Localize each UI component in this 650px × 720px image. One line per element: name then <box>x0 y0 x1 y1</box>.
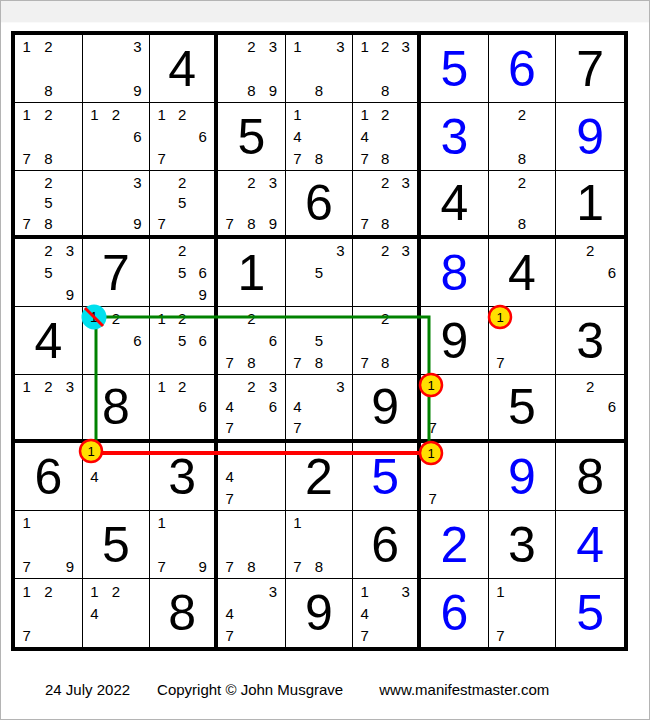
candidate-2: 2 <box>172 104 193 126</box>
candidate-3: 3 <box>262 376 284 397</box>
candidate-5: 5 <box>38 193 60 214</box>
cell-r5c4: 2678 <box>218 307 286 375</box>
cell-r4c6: 23 <box>353 239 421 307</box>
candidate-3: 3 <box>395 240 416 262</box>
candidate-8: 8 <box>308 555 330 577</box>
cell-r9c7: 6 <box>421 579 489 647</box>
solved-digit: 6 <box>489 35 556 102</box>
candidate-3: 3 <box>59 240 81 262</box>
solved-digit: 8 <box>421 239 488 306</box>
candidate-2: 2 <box>511 172 533 193</box>
footer-copyright: Copyright © John Musgrave <box>157 681 343 698</box>
candidate-1: 1 <box>354 36 375 58</box>
pencil-marks: 2389 <box>219 36 284 101</box>
cell-r6c7: 17 <box>421 375 489 443</box>
pencil-marks: 14 <box>84 444 149 509</box>
candidate-1: 1 <box>16 376 38 397</box>
candidate-4: 4 <box>287 397 309 418</box>
candidate-3: 3 <box>330 36 352 58</box>
cell-r7c7: 17 <box>421 443 489 511</box>
candidate-6: 6 <box>127 126 149 148</box>
candidate-7: 7 <box>287 417 309 438</box>
cell-r9c6: 1347 <box>353 579 421 647</box>
cell-r7c9: 8 <box>556 443 624 511</box>
candidate-2: 2 <box>172 240 193 262</box>
candidate-7: 7 <box>354 351 375 373</box>
pencil-marks: 17 <box>422 444 487 509</box>
cell-r3c1: 2578 <box>15 171 83 239</box>
pencil-marks: 347 <box>287 376 352 438</box>
given-digit: 1 <box>218 239 285 306</box>
pencil-marks: 1478 <box>287 104 352 169</box>
cell-r9c2: 124 <box>83 579 151 647</box>
candidate-1: 1 <box>287 36 309 58</box>
cell-r6c4: 23467 <box>218 375 286 443</box>
candidate-9: 9 <box>59 283 81 305</box>
cell-r8c4: 78 <box>218 511 286 579</box>
candidate-7: 7 <box>151 147 172 169</box>
cell-r1c3: 4 <box>150 35 218 103</box>
pencil-marks: 578 <box>287 308 352 373</box>
pencil-marks: 1278 <box>16 104 81 169</box>
candidate-3: 3 <box>330 376 352 397</box>
pencil-marks: 126 <box>84 104 149 169</box>
sudoku-board: 1283942389138123856712781261267514781247… <box>11 31 628 651</box>
candidate-4: 4 <box>219 602 241 624</box>
puzzle-page: 1283942389138123856712781261267514781247… <box>0 0 650 720</box>
cell-r8c1: 179 <box>15 511 83 579</box>
cell-r3c9: 1 <box>556 171 624 239</box>
pencil-marks: 28 <box>490 104 555 169</box>
cell-r6c8: 5 <box>489 375 557 443</box>
pencil-marks: 17 <box>490 308 555 373</box>
cell-r1c9: 7 <box>556 35 624 103</box>
cell-r3c2: 39 <box>83 171 151 239</box>
candidate-8: 8 <box>375 147 396 169</box>
candidate-6: 6 <box>127 330 149 352</box>
cell-r2c3: 1267 <box>150 103 218 171</box>
candidate-7: 7 <box>219 487 241 509</box>
candidate-7: 7 <box>354 147 375 169</box>
candidate-2: 2 <box>105 580 127 602</box>
pencil-marks: 257 <box>151 172 213 234</box>
footer: 24 July 2022Copyright © John Musgravewww… <box>45 681 549 698</box>
candidate-8: 8 <box>241 79 263 101</box>
candidate-1: 1 <box>16 36 38 58</box>
cell-r4c3: 2569 <box>150 239 218 307</box>
given-digit: 9 <box>421 307 488 374</box>
candidate-6: 6 <box>192 262 213 284</box>
pencil-marks: 178 <box>287 512 352 577</box>
candidate-8: 8 <box>38 213 60 234</box>
candidate-2: 2 <box>375 172 396 193</box>
given-digit: 4 <box>15 307 82 374</box>
pencil-marks: 179 <box>151 512 213 577</box>
cell-r3c5: 6 <box>286 171 354 239</box>
cell-r6c1: 123 <box>15 375 83 443</box>
candidate-1: 1 <box>354 580 375 602</box>
candidate-2: 2 <box>579 240 601 262</box>
given-digit: 4 <box>421 171 488 235</box>
candidate-6: 6 <box>262 330 284 352</box>
cell-r9c1: 127 <box>15 579 83 647</box>
candidate-1: 1 <box>151 512 172 534</box>
candidate-9: 9 <box>59 555 81 577</box>
candidate-5: 5 <box>172 262 193 284</box>
cell-r8c7: 2 <box>421 511 489 579</box>
cell-r1c1: 128 <box>15 35 83 103</box>
pencil-marks: 1256 <box>151 308 213 373</box>
solved-digit: 2 <box>421 511 488 578</box>
cell-r1c8: 6 <box>489 35 557 103</box>
cell-r5c8: 17 <box>489 307 557 375</box>
candidate-2: 2 <box>241 376 263 397</box>
candidate-2: 2 <box>105 308 127 330</box>
candidate-3: 3 <box>262 172 284 193</box>
cell-r5c9: 3 <box>556 307 624 375</box>
candidate-8: 8 <box>375 213 396 234</box>
candidate-7: 7 <box>16 555 38 577</box>
pencil-marks: 23467 <box>219 376 284 438</box>
candidate-1: 1 <box>151 308 172 330</box>
solved-digit: 5 <box>421 35 488 102</box>
candidate-1: 1 <box>84 580 106 602</box>
candidate-1: 1 <box>422 444 444 466</box>
candidate-4: 4 <box>84 602 106 624</box>
candidate-8: 8 <box>38 147 60 169</box>
candidate-4: 4 <box>287 126 309 148</box>
pencil-marks: 126 <box>84 308 149 373</box>
candidate-9: 9 <box>192 283 213 305</box>
candidate-3: 3 <box>59 376 81 397</box>
cell-r8c5: 178 <box>286 511 354 579</box>
cell-r1c5: 138 <box>286 35 354 103</box>
cell-r6c2: 8 <box>83 375 151 443</box>
candidate-2: 2 <box>579 376 601 397</box>
cell-r2c5: 1478 <box>286 103 354 171</box>
pencil-marks: 124 <box>84 580 149 646</box>
cell-r4c4: 1 <box>218 239 286 307</box>
cell-r7c5: 2 <box>286 443 354 511</box>
pencil-marks: 1347 <box>354 580 416 646</box>
cell-r1c4: 2389 <box>218 35 286 103</box>
cell-r2c4: 5 <box>218 103 286 171</box>
cell-r5c7: 9 <box>421 307 489 375</box>
given-digit: 5 <box>83 511 150 578</box>
candidate-1: 1 <box>490 580 512 602</box>
footer-website: www.manifestmaster.com <box>379 681 549 698</box>
given-digit: 1 <box>556 171 624 235</box>
candidate-3: 3 <box>262 36 284 58</box>
candidate-2: 2 <box>172 172 193 193</box>
given-digit: 6 <box>353 511 417 578</box>
pencil-marks: 17 <box>490 580 555 646</box>
candidate-2: 2 <box>375 240 396 262</box>
candidate-8: 8 <box>241 213 263 234</box>
candidate-4: 4 <box>84 466 106 488</box>
candidate-8: 8 <box>375 79 396 101</box>
candidate-5: 5 <box>38 262 60 284</box>
cell-r2c2: 126 <box>83 103 151 171</box>
candidate-6: 6 <box>192 126 213 148</box>
cell-r5c2: 126 <box>83 307 151 375</box>
candidate-8: 8 <box>38 79 60 101</box>
candidate-2: 2 <box>511 104 533 126</box>
cell-r4c5: 35 <box>286 239 354 307</box>
candidate-1: 1 <box>287 104 309 126</box>
cell-r4c2: 7 <box>83 239 151 307</box>
candidate-3: 3 <box>262 580 284 602</box>
cell-r9c3: 8 <box>150 579 218 647</box>
candidate-2: 2 <box>241 172 263 193</box>
pencil-marks: 78 <box>219 512 284 577</box>
candidate-2: 2 <box>38 36 60 58</box>
candidate-1: 1 <box>84 308 106 330</box>
cell-r7c2: 14 <box>83 443 151 511</box>
cell-r5c1: 4 <box>15 307 83 375</box>
candidate-1: 1 <box>422 376 444 397</box>
candidate-8: 8 <box>308 147 330 169</box>
cell-r3c6: 2378 <box>353 171 421 239</box>
solved-digit: 3 <box>421 103 488 170</box>
candidate-7: 7 <box>354 624 375 646</box>
cell-r7c4: 47 <box>218 443 286 511</box>
cell-r6c5: 347 <box>286 375 354 443</box>
candidate-1: 1 <box>84 104 106 126</box>
cell-r7c6: 5 <box>353 443 421 511</box>
candidate-8: 8 <box>375 351 396 373</box>
cell-r1c6: 1238 <box>353 35 421 103</box>
solved-digit: 4 <box>556 511 624 578</box>
candidate-8: 8 <box>241 351 263 373</box>
candidate-2: 2 <box>375 36 396 58</box>
given-digit: 4 <box>489 239 556 306</box>
candidate-7: 7 <box>422 487 444 509</box>
cell-r8c3: 179 <box>150 511 218 579</box>
candidate-6: 6 <box>192 330 213 352</box>
candidate-1: 1 <box>354 104 375 126</box>
pencil-marks: 2678 <box>219 308 284 373</box>
cell-r6c3: 126 <box>150 375 218 443</box>
cell-r2c1: 1278 <box>15 103 83 171</box>
candidate-8: 8 <box>511 147 533 169</box>
candidate-8: 8 <box>241 555 263 577</box>
cell-r1c2: 39 <box>83 35 151 103</box>
candidate-1: 1 <box>84 444 106 466</box>
pencil-marks: 126 <box>151 376 213 438</box>
candidate-1: 1 <box>287 512 309 534</box>
candidate-9: 9 <box>192 555 213 577</box>
given-digit: 9 <box>286 579 353 647</box>
candidate-4: 4 <box>354 126 375 148</box>
candidate-9: 9 <box>127 213 149 234</box>
candidate-7: 7 <box>354 213 375 234</box>
candidate-3: 3 <box>127 36 149 58</box>
candidate-6: 6 <box>192 397 213 418</box>
cell-r2c8: 28 <box>489 103 557 171</box>
pencil-marks: 35 <box>287 240 352 305</box>
pencil-marks: 2578 <box>16 172 81 234</box>
candidate-3: 3 <box>395 580 416 602</box>
pencil-marks: 12478 <box>354 104 416 169</box>
given-digit: 8 <box>150 579 214 647</box>
candidate-7: 7 <box>219 351 241 373</box>
pencil-marks: 179 <box>16 512 81 577</box>
candidate-1: 1 <box>151 376 172 397</box>
solved-digit: 5 <box>353 443 417 510</box>
given-digit: 6 <box>286 171 353 235</box>
cell-r4c9: 26 <box>556 239 624 307</box>
pencil-marks: 1267 <box>151 104 213 169</box>
cell-r3c8: 28 <box>489 171 557 239</box>
candidate-7: 7 <box>490 351 512 373</box>
candidate-2: 2 <box>375 104 396 126</box>
cell-r3c3: 257 <box>150 171 218 239</box>
candidate-6: 6 <box>262 397 284 418</box>
candidate-7: 7 <box>287 147 309 169</box>
cell-r6c6: 9 <box>353 375 421 443</box>
candidate-1: 1 <box>16 104 38 126</box>
given-digit: 8 <box>556 443 624 510</box>
candidate-7: 7 <box>219 213 241 234</box>
candidate-7: 7 <box>16 213 38 234</box>
candidate-7: 7 <box>422 417 444 438</box>
pencil-marks: 17 <box>422 376 487 438</box>
candidate-9: 9 <box>262 79 284 101</box>
candidate-5: 5 <box>308 262 330 284</box>
solved-digit: 6 <box>421 579 488 647</box>
candidate-6: 6 <box>601 262 623 284</box>
cell-r2c7: 3 <box>421 103 489 171</box>
candidate-8: 8 <box>308 351 330 373</box>
candidate-9: 9 <box>262 213 284 234</box>
cell-r6c9: 26 <box>556 375 624 443</box>
candidate-3: 3 <box>330 240 352 262</box>
candidate-7: 7 <box>219 417 241 438</box>
given-digit: 7 <box>556 35 624 102</box>
candidate-7: 7 <box>151 555 172 577</box>
cell-r8c2: 5 <box>83 511 151 579</box>
candidate-2: 2 <box>105 104 127 126</box>
cell-r5c6: 278 <box>353 307 421 375</box>
pencil-marks: 23 <box>354 240 416 305</box>
candidate-2: 2 <box>172 308 193 330</box>
pencil-marks: 347 <box>219 580 284 646</box>
candidate-7: 7 <box>219 555 241 577</box>
candidate-4: 4 <box>219 397 241 418</box>
cell-r9c8: 17 <box>489 579 557 647</box>
candidate-7: 7 <box>490 624 512 646</box>
cell-r8c8: 3 <box>489 511 557 579</box>
pencil-marks: 39 <box>84 172 149 234</box>
candidate-2: 2 <box>38 240 60 262</box>
top-strip <box>1 1 649 23</box>
cell-r7c3: 3 <box>150 443 218 511</box>
candidate-2: 2 <box>38 172 60 193</box>
candidate-3: 3 <box>395 36 416 58</box>
given-digit: 3 <box>150 443 214 510</box>
candidate-2: 2 <box>375 308 396 330</box>
cell-r9c9: 5 <box>556 579 624 647</box>
cell-r7c1: 6 <box>15 443 83 511</box>
pencil-marks: 2569 <box>151 240 213 305</box>
candidate-8: 8 <box>308 79 330 101</box>
candidate-2: 2 <box>38 104 60 126</box>
pencil-marks: 138 <box>287 36 352 101</box>
solved-digit: 9 <box>489 443 556 510</box>
pencil-marks: 26 <box>557 240 623 305</box>
given-digit: 5 <box>489 375 556 439</box>
pencil-marks: 39 <box>84 36 149 101</box>
footer-date: 24 July 2022 <box>45 681 130 698</box>
cell-r2c6: 12478 <box>353 103 421 171</box>
cell-r4c7: 8 <box>421 239 489 307</box>
pencil-marks: 28 <box>490 172 555 234</box>
pencil-marks: 23789 <box>219 172 284 234</box>
cell-r7c8: 9 <box>489 443 557 511</box>
candidate-2: 2 <box>38 376 60 397</box>
pencil-marks: 278 <box>354 308 416 373</box>
given-digit: 3 <box>556 307 624 374</box>
candidate-6: 6 <box>601 397 623 418</box>
given-digit: 5 <box>218 103 285 170</box>
candidate-5: 5 <box>172 330 193 352</box>
candidate-3: 3 <box>127 172 149 193</box>
pencil-marks: 47 <box>219 444 284 509</box>
candidate-2: 2 <box>172 376 193 397</box>
pencil-marks: 26 <box>557 376 623 438</box>
cell-r9c5: 9 <box>286 579 354 647</box>
candidate-2: 2 <box>38 580 60 602</box>
candidate-2: 2 <box>241 36 263 58</box>
given-digit: 9 <box>353 375 417 439</box>
pencil-marks: 127 <box>16 580 81 646</box>
candidate-5: 5 <box>308 330 330 352</box>
pencil-marks: 2378 <box>354 172 416 234</box>
solved-digit: 5 <box>556 579 624 647</box>
candidate-7: 7 <box>16 624 38 646</box>
pencil-marks: 2359 <box>16 240 81 305</box>
cell-r8c6: 6 <box>353 511 421 579</box>
solved-digit: 9 <box>556 103 624 170</box>
cell-r4c8: 4 <box>489 239 557 307</box>
pencil-marks: 1238 <box>354 36 416 101</box>
candidate-7: 7 <box>151 213 172 234</box>
candidate-1: 1 <box>151 104 172 126</box>
cell-r8c9: 4 <box>556 511 624 579</box>
candidate-9: 9 <box>127 79 149 101</box>
given-digit: 8 <box>83 375 150 439</box>
cell-r5c5: 578 <box>286 307 354 375</box>
candidate-4: 4 <box>354 602 375 624</box>
candidate-8: 8 <box>511 213 533 234</box>
cell-r4c1: 2359 <box>15 239 83 307</box>
given-digit: 4 <box>150 35 214 102</box>
candidate-7: 7 <box>219 624 241 646</box>
candidate-1: 1 <box>16 580 38 602</box>
cell-r3c4: 23789 <box>218 171 286 239</box>
candidate-7: 7 <box>16 147 38 169</box>
candidate-7: 7 <box>287 555 309 577</box>
given-digit: 2 <box>286 443 353 510</box>
cell-r2c9: 9 <box>556 103 624 171</box>
cell-r5c3: 1256 <box>150 307 218 375</box>
candidate-5: 5 <box>172 193 193 214</box>
candidate-2: 2 <box>241 308 263 330</box>
candidate-1: 1 <box>490 308 512 330</box>
pencil-marks: 128 <box>16 36 81 101</box>
given-digit: 7 <box>83 239 150 306</box>
